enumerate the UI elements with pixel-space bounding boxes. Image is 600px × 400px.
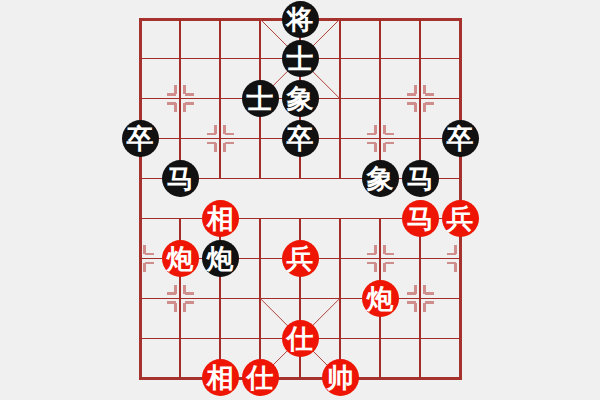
piece-red-general[interactable]: 帅 [322, 359, 359, 396]
piece-grid[interactable]: 将士士象卒卒卒马象马相马兵炮炮兵炮仕相仕帅 [120, 0, 480, 398]
piece-black-elephant[interactable]: 象 [282, 80, 319, 117]
piece-black-general[interactable]: 将 [282, 1, 319, 38]
board-point: 炮 [160, 238, 200, 278]
board-point: 士 [280, 39, 320, 79]
board-point: 兵 [280, 238, 320, 278]
piece-black-elephant[interactable]: 象 [362, 160, 399, 197]
piece-red-advisor[interactable]: 仕 [242, 359, 279, 396]
piece-red-pawn[interactable]: 兵 [282, 240, 319, 277]
board-point: 马 [160, 159, 200, 199]
board-point: 士 [240, 79, 280, 119]
piece-black-pawn[interactable]: 卒 [122, 120, 159, 157]
board-point: 卒 [120, 119, 160, 159]
board-point: 相 [200, 198, 240, 238]
piece-black-advisor[interactable]: 士 [282, 40, 319, 77]
board-point: 相 [200, 358, 240, 398]
board-point: 马 [400, 159, 440, 199]
board-point: 马 [400, 198, 440, 238]
board-point: 象 [280, 79, 320, 119]
board-point: 仕 [280, 318, 320, 358]
board-point: 象 [360, 159, 400, 199]
piece-black-horse[interactable]: 马 [162, 160, 199, 197]
board-point: 帅 [320, 358, 360, 398]
board-point: 卒 [280, 119, 320, 159]
piece-black-advisor[interactable]: 士 [242, 80, 279, 117]
piece-black-cannon[interactable]: 炮 [202, 240, 239, 277]
piece-black-horse[interactable]: 马 [402, 160, 439, 197]
piece-black-pawn[interactable]: 卒 [282, 120, 319, 157]
board-point: 将 [280, 0, 320, 39]
piece-red-horse[interactable]: 马 [402, 200, 439, 237]
piece-black-pawn[interactable]: 卒 [442, 120, 479, 157]
xiangqi-board: 将士士象卒卒卒马象马相马兵炮炮兵炮仕相仕帅 [0, 0, 600, 400]
piece-red-cannon[interactable]: 炮 [162, 240, 199, 277]
piece-red-cannon[interactable]: 炮 [362, 280, 399, 317]
board-point: 炮 [200, 238, 240, 278]
board-point: 炮 [360, 278, 400, 318]
piece-red-advisor[interactable]: 仕 [282, 320, 319, 357]
piece-red-pawn[interactable]: 兵 [442, 200, 479, 237]
piece-red-elephant[interactable]: 相 [202, 200, 239, 237]
piece-red-elephant[interactable]: 相 [202, 359, 239, 396]
board-point: 卒 [440, 119, 480, 159]
board-point: 仕 [240, 358, 280, 398]
board-point: 兵 [440, 198, 480, 238]
